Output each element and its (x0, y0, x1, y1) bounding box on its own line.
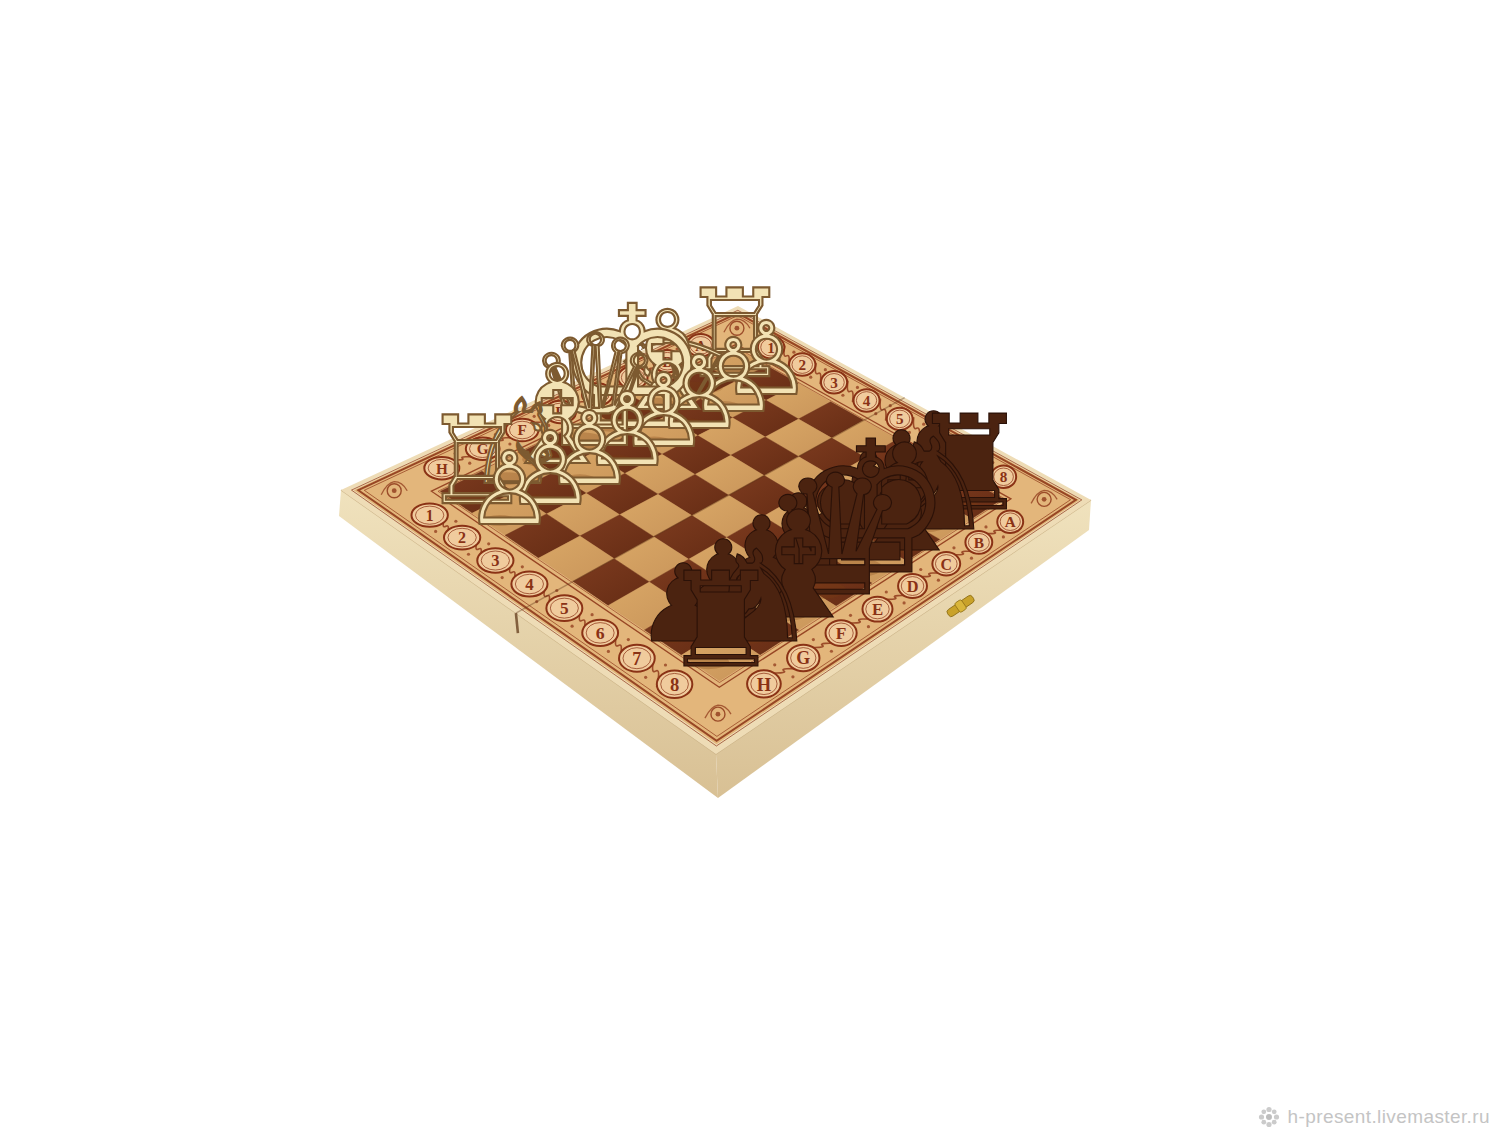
svg-text:5: 5 (560, 599, 569, 618)
rank-label-near-6: 6 (582, 620, 618, 646)
chess-board: A B C D E F G H A B (0, 0, 1500, 1138)
rank-label-near-5: 5 (546, 595, 582, 621)
svg-text:6: 6 (596, 623, 605, 643)
rank-label-near-3: 3 (477, 548, 513, 572)
svg-text:3: 3 (830, 374, 838, 391)
product-photo: A B C D E F G H A B (0, 0, 1500, 1138)
watermark: h-present.livemaster.ru (1258, 1106, 1490, 1128)
rank-label-far-3: 3 (821, 371, 847, 394)
svg-text:4: 4 (525, 575, 534, 594)
flower-icon (1258, 1106, 1280, 1128)
watermark-text: h-present.livemaster.ru (1288, 1106, 1490, 1128)
svg-text:3: 3 (491, 551, 499, 570)
rank-label-near-4: 4 (511, 572, 547, 597)
piece-white-pawn-h2: ♙ (464, 430, 555, 548)
piece-black-rook-h8: ♜ (662, 544, 780, 697)
